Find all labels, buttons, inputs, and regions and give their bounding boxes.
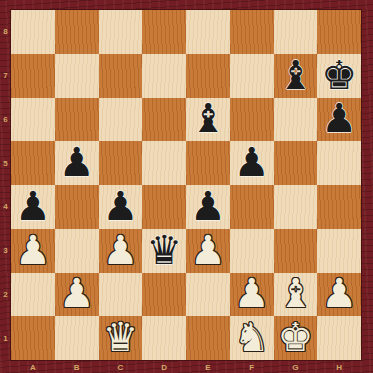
square-g5[interactable] <box>274 141 318 185</box>
square-c3[interactable]: ♟ <box>99 229 143 273</box>
square-b8[interactable] <box>55 10 99 54</box>
rank-label-3: 3 <box>0 229 11 273</box>
square-d1[interactable] <box>142 316 186 360</box>
square-d3[interactable]: ♛ <box>142 229 186 273</box>
square-a7[interactable] <box>11 54 55 98</box>
square-e4[interactable]: ♟ <box>186 185 230 229</box>
square-h4[interactable] <box>317 185 361 229</box>
rank-label-2: 2 <box>0 273 11 317</box>
square-c4[interactable]: ♟ <box>99 185 143 229</box>
square-a8[interactable] <box>11 10 55 54</box>
square-c1[interactable]: ♛ <box>99 316 143 360</box>
square-e8[interactable] <box>186 10 230 54</box>
square-b1[interactable] <box>55 316 99 360</box>
square-b5[interactable]: ♟ <box>55 141 99 185</box>
square-f8[interactable] <box>230 10 274 54</box>
file-label-f: F <box>230 361 274 373</box>
square-f6[interactable] <box>230 98 274 142</box>
rank-label-5: 5 <box>0 141 11 185</box>
black-pawn[interactable]: ♟ <box>190 186 226 226</box>
rank-label-1: 1 <box>0 316 11 360</box>
chess-board-frame: ♝♚♝♟♟♟♟♟♟♟♟♛♟♟♟♝♟♛♞♚ 87654321 ABCDEFGH <box>0 0 373 373</box>
black-pawn[interactable]: ♟ <box>102 186 138 226</box>
square-h6[interactable]: ♟ <box>317 98 361 142</box>
black-queen[interactable]: ♛ <box>146 230 182 270</box>
square-f3[interactable] <box>230 229 274 273</box>
square-d6[interactable] <box>142 98 186 142</box>
white-pawn[interactable]: ♟ <box>234 273 270 313</box>
square-g4[interactable] <box>274 185 318 229</box>
square-b3[interactable] <box>55 229 99 273</box>
black-bishop[interactable]: ♝ <box>190 98 226 138</box>
rank-label-7: 7 <box>0 54 11 98</box>
square-g1[interactable]: ♚ <box>274 316 318 360</box>
black-pawn[interactable]: ♟ <box>234 142 270 182</box>
square-c6[interactable] <box>99 98 143 142</box>
black-pawn[interactable]: ♟ <box>15 186 51 226</box>
white-bishop[interactable]: ♝ <box>277 273 313 313</box>
rank-labels: 87654321 <box>0 10 11 360</box>
square-e6[interactable]: ♝ <box>186 98 230 142</box>
file-label-a: A <box>11 361 55 373</box>
square-a1[interactable] <box>11 316 55 360</box>
white-pawn[interactable]: ♟ <box>190 230 226 270</box>
square-f4[interactable] <box>230 185 274 229</box>
black-king[interactable]: ♚ <box>321 55 357 95</box>
white-king[interactable]: ♚ <box>277 317 313 357</box>
square-h1[interactable] <box>317 316 361 360</box>
square-e7[interactable] <box>186 54 230 98</box>
square-h2[interactable]: ♟ <box>317 273 361 317</box>
white-pawn[interactable]: ♟ <box>15 230 51 270</box>
square-d5[interactable] <box>142 141 186 185</box>
square-g2[interactable]: ♝ <box>274 273 318 317</box>
white-pawn[interactable]: ♟ <box>59 273 95 313</box>
square-f7[interactable] <box>230 54 274 98</box>
file-label-e: E <box>186 361 230 373</box>
square-b6[interactable] <box>55 98 99 142</box>
square-h5[interactable] <box>317 141 361 185</box>
square-a3[interactable]: ♟ <box>11 229 55 273</box>
square-e3[interactable]: ♟ <box>186 229 230 273</box>
square-f2[interactable]: ♟ <box>230 273 274 317</box>
square-a2[interactable] <box>11 273 55 317</box>
square-f1[interactable]: ♞ <box>230 316 274 360</box>
white-queen[interactable]: ♛ <box>102 317 138 357</box>
square-g6[interactable] <box>274 98 318 142</box>
square-g7[interactable]: ♝ <box>274 54 318 98</box>
rank-label-8: 8 <box>0 10 11 54</box>
square-h3[interactable] <box>317 229 361 273</box>
square-c8[interactable] <box>99 10 143 54</box>
rank-label-6: 6 <box>0 98 11 142</box>
square-b4[interactable] <box>55 185 99 229</box>
square-b7[interactable] <box>55 54 99 98</box>
square-a5[interactable] <box>11 141 55 185</box>
square-d2[interactable] <box>142 273 186 317</box>
file-label-g: G <box>274 361 318 373</box>
square-g8[interactable] <box>274 10 318 54</box>
square-a4[interactable]: ♟ <box>11 185 55 229</box>
square-e5[interactable] <box>186 141 230 185</box>
white-knight[interactable]: ♞ <box>234 317 270 357</box>
chess-board: ♝♚♝♟♟♟♟♟♟♟♟♛♟♟♟♝♟♛♞♚ <box>11 10 361 360</box>
square-c5[interactable] <box>99 141 143 185</box>
square-c2[interactable] <box>99 273 143 317</box>
square-d4[interactable] <box>142 185 186 229</box>
square-c7[interactable] <box>99 54 143 98</box>
square-e2[interactable] <box>186 273 230 317</box>
square-h8[interactable] <box>317 10 361 54</box>
rank-label-4: 4 <box>0 185 11 229</box>
square-f5[interactable]: ♟ <box>230 141 274 185</box>
square-h7[interactable]: ♚ <box>317 54 361 98</box>
file-labels: ABCDEFGH <box>11 361 361 373</box>
file-label-h: H <box>317 361 361 373</box>
white-pawn[interactable]: ♟ <box>102 230 138 270</box>
file-label-b: B <box>55 361 99 373</box>
square-g3[interactable] <box>274 229 318 273</box>
file-label-c: C <box>99 361 143 373</box>
square-b2[interactable]: ♟ <box>55 273 99 317</box>
file-label-d: D <box>142 361 186 373</box>
black-bishop[interactable]: ♝ <box>277 55 313 95</box>
white-pawn[interactable]: ♟ <box>321 273 357 313</box>
square-a6[interactable] <box>11 98 55 142</box>
square-d8[interactable] <box>142 10 186 54</box>
black-pawn[interactable]: ♟ <box>59 142 95 182</box>
square-e1[interactable] <box>186 316 230 360</box>
black-pawn[interactable]: ♟ <box>321 98 357 138</box>
square-d7[interactable] <box>142 54 186 98</box>
